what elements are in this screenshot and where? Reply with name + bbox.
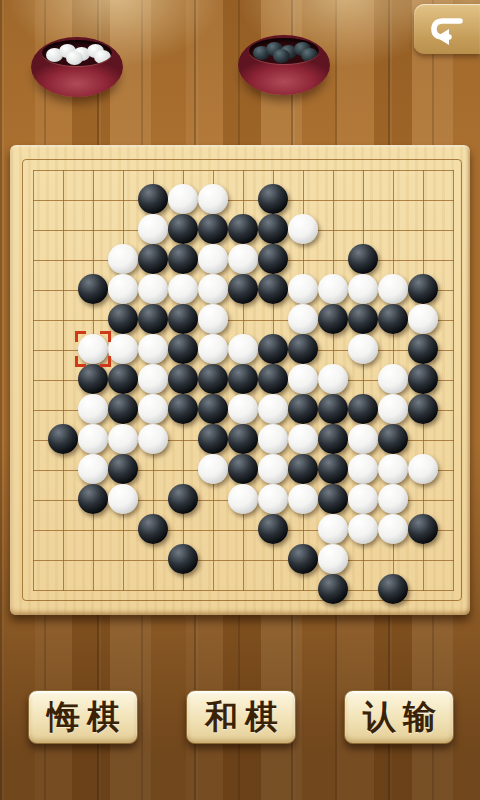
return-arrow-icon: [425, 11, 469, 47]
white-stone: [378, 484, 408, 514]
white-stone: [228, 334, 258, 364]
white-stone: [228, 394, 258, 424]
white-stone: [198, 274, 228, 304]
white-stone: [378, 364, 408, 394]
black-stone: [168, 364, 198, 394]
black-stone: [198, 424, 228, 454]
white-stone: [78, 424, 108, 454]
white-stone: [108, 244, 138, 274]
white-stone: [348, 274, 378, 304]
black-stone: [228, 214, 258, 244]
black-stone: [288, 394, 318, 424]
white-stone: [198, 454, 228, 484]
black-stone: [318, 454, 348, 484]
white-stone: [288, 214, 318, 244]
black-stone: [258, 334, 288, 364]
black-stone: [258, 364, 288, 394]
black-stone: [168, 214, 198, 244]
black-stone: [228, 454, 258, 484]
white-stone: [348, 424, 378, 454]
white-stone: [258, 484, 288, 514]
white-stone: [288, 484, 318, 514]
white-stone: [138, 364, 168, 394]
black-stone: [168, 484, 198, 514]
black-stone: [48, 424, 78, 454]
last-move-marker: [75, 331, 111, 367]
black-stone: [318, 394, 348, 424]
black-stone: [198, 214, 228, 244]
black-stone: [138, 514, 168, 544]
white-stone: [318, 544, 348, 574]
back-button[interactable]: [414, 4, 480, 54]
black-stone: [138, 244, 168, 274]
white-stone: [108, 334, 138, 364]
white-stone: [198, 244, 228, 274]
black-stone: [378, 574, 408, 604]
black-stone: [168, 334, 198, 364]
black-stone: [408, 514, 438, 544]
black-stone: [348, 394, 378, 424]
black-stone: [258, 274, 288, 304]
black-stone: [78, 364, 108, 394]
undo-button-label: 悔棋: [47, 695, 127, 740]
white-stone: [138, 214, 168, 244]
black-stone: [78, 484, 108, 514]
undo-button[interactable]: 悔棋: [28, 690, 138, 744]
white-stone: [408, 304, 438, 334]
black-stone: [108, 304, 138, 334]
white-stone: [138, 334, 168, 364]
white-stone: [168, 274, 198, 304]
white-stone: [258, 424, 288, 454]
white-stone: [378, 274, 408, 304]
black-stone: [318, 304, 348, 334]
white-stone: [258, 454, 288, 484]
black-stone: [378, 304, 408, 334]
white-stone: [78, 454, 108, 484]
white-stone: [198, 304, 228, 334]
black-stone: [108, 454, 138, 484]
white-stone: [198, 184, 228, 214]
white-stone: [108, 484, 138, 514]
black-stone: [138, 184, 168, 214]
black-stone-in-bowl: [273, 49, 290, 63]
black-stone: [168, 544, 198, 574]
black-stone: [378, 424, 408, 454]
white-stone: [318, 364, 348, 394]
white-stone: [288, 424, 318, 454]
white-stone: [228, 484, 258, 514]
white-stones-bowl: [31, 37, 123, 97]
white-stone: [288, 304, 318, 334]
black-stone: [168, 394, 198, 424]
black-stone: [408, 274, 438, 304]
black-stone: [348, 304, 378, 334]
black-stone: [108, 364, 138, 394]
draw-button-label: 和棋: [205, 695, 285, 740]
white-stone: [198, 334, 228, 364]
black-stone: [318, 574, 348, 604]
black-stone: [288, 334, 318, 364]
black-stones-bowl: [238, 35, 330, 95]
board-grid[interactable]: [33, 170, 454, 591]
black-stone: [258, 514, 288, 544]
white-stone: [108, 424, 138, 454]
black-stone: [78, 274, 108, 304]
white-stone-in-bowl: [66, 51, 83, 65]
black-stone: [288, 544, 318, 574]
black-stone: [258, 214, 288, 244]
black-stone: [228, 424, 258, 454]
black-stone: [318, 484, 348, 514]
white-stone: [258, 394, 288, 424]
white-stone: [168, 184, 198, 214]
white-stone: [378, 454, 408, 484]
white-stone: [138, 274, 168, 304]
black-stone: [408, 334, 438, 364]
white-stone: [348, 484, 378, 514]
black-stone: [408, 394, 438, 424]
white-stone: [78, 394, 108, 424]
white-stone: [348, 454, 378, 484]
white-stone: [138, 394, 168, 424]
black-stone: [108, 394, 138, 424]
black-stone: [288, 454, 318, 484]
black-stones-bowl-opening: [249, 38, 319, 64]
draw-button[interactable]: 和棋: [186, 690, 296, 744]
white-stone: [288, 364, 318, 394]
black-stone: [168, 304, 198, 334]
resign-button[interactable]: 认输: [344, 690, 454, 744]
white-stone: [318, 274, 348, 304]
black-stone: [168, 244, 198, 274]
black-stone: [258, 184, 288, 214]
white-stone: [408, 454, 438, 484]
black-stone: [198, 364, 228, 394]
resign-button-label: 认输: [363, 695, 443, 740]
white-stone: [348, 334, 378, 364]
black-stone: [228, 364, 258, 394]
black-stone: [198, 394, 228, 424]
white-stone-in-bowl: [94, 50, 111, 64]
white-stone: [288, 274, 318, 304]
white-stone: [108, 274, 138, 304]
white-stone: [378, 514, 408, 544]
black-stone: [348, 244, 378, 274]
white-stone: [378, 394, 408, 424]
white-stone: [348, 514, 378, 544]
black-stone: [408, 364, 438, 394]
black-stone: [258, 244, 288, 274]
white-stone: [228, 244, 258, 274]
gomoku-board[interactable]: [10, 145, 470, 615]
black-stone: [318, 424, 348, 454]
white-stones-bowl-opening: [42, 40, 112, 66]
black-stone: [138, 304, 168, 334]
black-stone: [228, 274, 258, 304]
black-stone-in-bowl: [301, 48, 318, 62]
white-stone: [138, 424, 168, 454]
white-stone: [318, 514, 348, 544]
